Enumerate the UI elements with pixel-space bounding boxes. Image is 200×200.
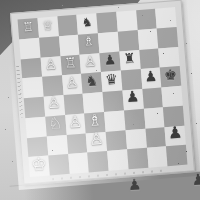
white-bishop: ♗ [82, 35, 95, 49]
white-pawn: ♙ [67, 113, 82, 130]
white-rook: ♖ [64, 56, 77, 71]
square-r3c5: ♟ [99, 51, 120, 72]
square-r1c4: ♞ [77, 13, 98, 34]
square-r3c6: ♜ [119, 50, 140, 71]
white-pawn: ♙ [47, 96, 62, 112]
square-r8c3 [68, 153, 89, 174]
chessboard-photo: ♖♕♞♗♙♖♙♟♜♙♞♛♟♚♙♟♘♙♗♙♟♔ ♟♟ [0, 0, 200, 200]
square-r6c6 [124, 109, 145, 130]
square-r4c7: ♟ [140, 68, 161, 89]
white-queen: ♕ [42, 19, 54, 32]
square-r8c1: ♔ [28, 156, 49, 177]
square-r2c2 [39, 36, 60, 57]
black-knight: ♞ [81, 16, 93, 29]
square-r8c7 [147, 146, 168, 167]
white-bishop: ♗ [87, 112, 102, 129]
square-r7c5 [106, 130, 127, 151]
square-r4c8: ♚ [160, 66, 181, 87]
captured-black-pawn: ♟ [127, 177, 142, 193]
square-r2c8 [157, 27, 178, 48]
square-r8c6 [127, 148, 148, 169]
square-r1c2: ♕ [37, 16, 58, 37]
black-pawn: ♟ [103, 53, 116, 68]
black-pawn: ♟ [125, 89, 140, 105]
square-r2c1 [19, 38, 40, 59]
square-r8c5 [107, 150, 128, 171]
square-r8c2 [48, 154, 69, 175]
board-frame: ♖♕♞♗♙♖♙♟♜♙♞♛♟♚♙♟♘♙♗♙♟♔ [10, 0, 195, 185]
square-r6c1 [25, 116, 46, 137]
square-r7c3 [66, 133, 87, 154]
square-r8c4 [87, 151, 108, 172]
white-pawn: ♙ [84, 54, 97, 69]
black-rook: ♜ [123, 51, 136, 66]
black-pawn: ♟ [144, 69, 158, 84]
square-r6c5 [104, 110, 125, 131]
square-r3c4: ♙ [80, 53, 101, 74]
square-r8c8 [166, 145, 187, 166]
square-r3c3: ♖ [60, 54, 81, 75]
white-king: ♔ [31, 155, 48, 173]
white-knight: ♘ [48, 115, 63, 132]
captured-black-pawn: ♟ [191, 172, 200, 188]
square-r1c5 [96, 12, 117, 33]
square-r3c1 [21, 57, 42, 78]
square-r4c4: ♞ [81, 72, 102, 93]
square-r2c3 [58, 35, 79, 56]
square-r5c6: ♟ [122, 89, 143, 110]
square-r3c8 [158, 46, 179, 67]
square-r2c4: ♗ [78, 33, 99, 54]
white-pawn: ♙ [88, 131, 104, 149]
chessboard-grid: ♖♕♞♗♙♖♙♟♜♙♞♛♟♚♙♟♘♙♗♙♟♔ [18, 7, 188, 177]
square-r1c6 [116, 10, 137, 31]
square-r7c7 [145, 127, 166, 148]
square-r6c3: ♙ [65, 113, 86, 134]
square-r5c1 [24, 97, 45, 118]
square-r7c2 [47, 135, 68, 156]
square-r1c8 [155, 7, 176, 28]
square-r7c8: ♟ [165, 125, 186, 146]
square-r5c7 [142, 87, 163, 108]
black-knight: ♞ [85, 73, 99, 88]
white-pawn: ♙ [65, 75, 79, 90]
tilted-board-assembly: ♖♕♞♗♙♖♙♟♜♙♞♛♟♚♙♟♘♙♗♙♟♔ ♟♟ [10, 0, 198, 200]
square-r2c5 [98, 31, 119, 52]
square-r1c7 [136, 9, 157, 30]
square-r4c3: ♙ [62, 74, 83, 95]
white-pawn: ♙ [44, 57, 57, 72]
square-r7c4: ♙ [86, 131, 107, 152]
square-r2c7 [137, 28, 158, 49]
square-r5c5 [103, 91, 124, 112]
square-r6c2: ♘ [45, 115, 66, 136]
square-r4c5: ♛ [101, 71, 122, 92]
square-r1c1: ♖ [18, 18, 39, 39]
square-r1c3 [57, 15, 78, 36]
square-r5c8 [162, 86, 183, 107]
black-queen: ♛ [104, 72, 118, 87]
square-r4c1 [22, 77, 43, 98]
square-r3c7 [139, 48, 160, 69]
black-pawn: ♟ [167, 125, 183, 143]
square-r6c7 [143, 107, 164, 128]
square-r3c2: ♙ [40, 56, 61, 77]
black-king: ♚ [164, 67, 178, 82]
white-rook: ♖ [22, 20, 34, 33]
square-r7c6 [125, 128, 146, 149]
square-r2c6 [118, 30, 139, 51]
